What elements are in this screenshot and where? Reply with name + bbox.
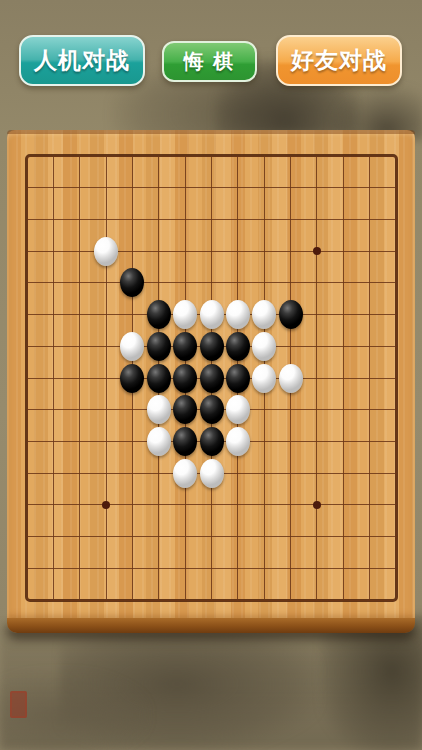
board[interactable]	[7, 130, 415, 618]
stone-white	[200, 459, 224, 488]
stone-black	[226, 332, 250, 361]
gomoku-app: 人机对战 悔 棋 好友对战	[0, 0, 422, 750]
stone-white	[173, 459, 197, 488]
stone-white	[226, 300, 250, 329]
stone-white	[147, 427, 171, 456]
stone-black	[200, 332, 224, 361]
seal-stamp	[10, 691, 27, 718]
board-top-edge	[7, 130, 415, 134]
board-grid[interactable]	[27, 156, 396, 600]
stone-black	[200, 427, 224, 456]
ink-mountains-bottom	[60, 630, 320, 750]
stone-black	[147, 300, 171, 329]
stone-black	[279, 300, 303, 329]
stone-white	[252, 332, 276, 361]
star-point	[313, 501, 321, 509]
grid-line-v	[343, 156, 344, 600]
grid-line-v	[316, 156, 317, 600]
stone-black	[147, 364, 171, 393]
undo-move-button[interactable]: 悔 棋	[162, 41, 257, 82]
stone-white	[279, 364, 303, 393]
stone-black	[173, 364, 197, 393]
stone-black	[200, 395, 224, 424]
stone-white	[226, 427, 250, 456]
stone-black	[226, 364, 250, 393]
star-point	[102, 501, 110, 509]
stone-black	[173, 427, 197, 456]
stone-black	[173, 332, 197, 361]
grid-line-h	[27, 600, 396, 601]
stone-white	[226, 395, 250, 424]
pvp-mode-button[interactable]: 好友对战	[276, 35, 402, 86]
grid-line-h	[27, 504, 396, 505]
stone-white	[94, 237, 118, 266]
grid-line-v	[369, 156, 370, 600]
stone-white	[147, 395, 171, 424]
ink-foliage-bottom-right	[320, 615, 422, 750]
board-edge	[7, 618, 415, 633]
stone-black	[120, 364, 144, 393]
stone-black	[200, 364, 224, 393]
grid-line-h	[27, 568, 396, 569]
stone-black	[147, 332, 171, 361]
ink-wash-bottom-band	[0, 625, 422, 750]
stone-white	[200, 300, 224, 329]
stone-white	[252, 364, 276, 393]
grid-line-v	[396, 156, 397, 600]
pvc-mode-button[interactable]: 人机对战	[19, 35, 145, 86]
grid-line-h	[27, 536, 396, 537]
